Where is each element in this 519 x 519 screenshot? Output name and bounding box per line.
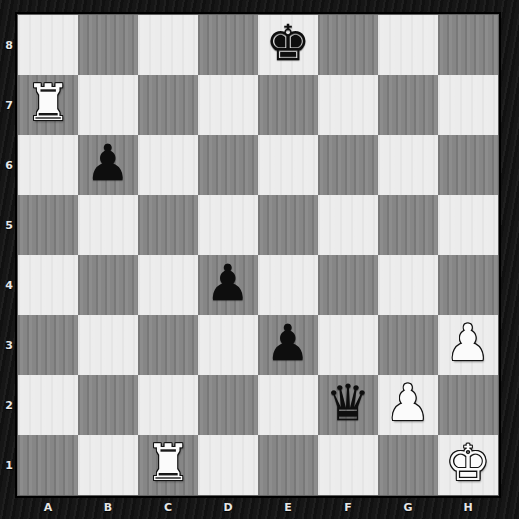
square-a3[interactable] bbox=[18, 315, 78, 375]
piece-white-rook-a7[interactable]: ♜ bbox=[26, 73, 71, 133]
square-g8[interactable] bbox=[378, 15, 438, 75]
square-g5[interactable] bbox=[378, 195, 438, 255]
square-d8[interactable] bbox=[198, 15, 258, 75]
square-b6[interactable]: ♟ bbox=[78, 135, 138, 195]
square-a5[interactable] bbox=[18, 195, 78, 255]
rank-label-8: 8 bbox=[0, 15, 18, 75]
square-b7[interactable] bbox=[78, 75, 138, 135]
file-label-a: A bbox=[18, 495, 78, 519]
rank-label-1: 1 bbox=[0, 435, 18, 495]
square-e8[interactable]: ♚ bbox=[258, 15, 318, 75]
square-a7[interactable]: ♜ bbox=[18, 75, 78, 135]
file-label-h: H bbox=[438, 495, 498, 519]
file-label-b: B bbox=[78, 495, 138, 519]
square-c1[interactable]: ♜ bbox=[138, 435, 198, 495]
square-c7[interactable] bbox=[138, 75, 198, 135]
rank-label-3: 3 bbox=[0, 315, 18, 375]
square-b1[interactable] bbox=[78, 435, 138, 495]
file-label-d: D bbox=[198, 495, 258, 519]
file-labels: ABCDEFGH bbox=[18, 495, 498, 519]
square-a4[interactable] bbox=[18, 255, 78, 315]
piece-black-king-e8[interactable]: ♚ bbox=[266, 13, 311, 73]
square-f6[interactable] bbox=[318, 135, 378, 195]
square-a8[interactable] bbox=[18, 15, 78, 75]
square-h8[interactable] bbox=[438, 15, 498, 75]
square-d7[interactable] bbox=[198, 75, 258, 135]
square-f4[interactable] bbox=[318, 255, 378, 315]
rank-label-4: 4 bbox=[0, 255, 18, 315]
square-c8[interactable] bbox=[138, 15, 198, 75]
file-label-c: C bbox=[138, 495, 198, 519]
square-e5[interactable] bbox=[258, 195, 318, 255]
square-e6[interactable] bbox=[258, 135, 318, 195]
square-d4[interactable]: ♟ bbox=[198, 255, 258, 315]
file-label-g: G bbox=[378, 495, 438, 519]
square-b4[interactable] bbox=[78, 255, 138, 315]
square-g3[interactable] bbox=[378, 315, 438, 375]
square-d5[interactable] bbox=[198, 195, 258, 255]
square-b8[interactable] bbox=[78, 15, 138, 75]
square-h5[interactable] bbox=[438, 195, 498, 255]
square-d6[interactable] bbox=[198, 135, 258, 195]
square-b5[interactable] bbox=[78, 195, 138, 255]
square-h2[interactable] bbox=[438, 375, 498, 435]
square-g4[interactable] bbox=[378, 255, 438, 315]
square-h6[interactable] bbox=[438, 135, 498, 195]
square-h3[interactable]: ♟ bbox=[438, 315, 498, 375]
square-d3[interactable] bbox=[198, 315, 258, 375]
file-label-f: F bbox=[318, 495, 378, 519]
piece-black-queen-f2[interactable]: ♛ bbox=[326, 373, 371, 433]
square-c6[interactable] bbox=[138, 135, 198, 195]
chess-board: ♚♜♟♟♟♟♛♟♜♚ bbox=[18, 15, 498, 495]
square-e1[interactable] bbox=[258, 435, 318, 495]
square-d1[interactable] bbox=[198, 435, 258, 495]
piece-black-pawn-d4[interactable]: ♟ bbox=[206, 253, 251, 313]
rank-label-7: 7 bbox=[0, 75, 18, 135]
piece-white-rook-c1[interactable]: ♜ bbox=[146, 433, 191, 493]
square-e3[interactable]: ♟ bbox=[258, 315, 318, 375]
square-h4[interactable] bbox=[438, 255, 498, 315]
square-b2[interactable] bbox=[78, 375, 138, 435]
piece-white-pawn-h3[interactable]: ♟ bbox=[446, 313, 491, 373]
rank-label-5: 5 bbox=[0, 195, 18, 255]
square-a6[interactable] bbox=[18, 135, 78, 195]
rank-labels: 87654321 bbox=[0, 15, 18, 495]
square-h1[interactable]: ♚ bbox=[438, 435, 498, 495]
square-c3[interactable] bbox=[138, 315, 198, 375]
square-c2[interactable] bbox=[138, 375, 198, 435]
piece-black-pawn-e3[interactable]: ♟ bbox=[266, 313, 311, 373]
square-a2[interactable] bbox=[18, 375, 78, 435]
square-h7[interactable] bbox=[438, 75, 498, 135]
square-e4[interactable] bbox=[258, 255, 318, 315]
piece-white-king-h1[interactable]: ♚ bbox=[446, 433, 491, 493]
square-g6[interactable] bbox=[378, 135, 438, 195]
rank-label-2: 2 bbox=[0, 375, 18, 435]
square-d2[interactable] bbox=[198, 375, 258, 435]
piece-white-pawn-g2[interactable]: ♟ bbox=[386, 373, 431, 433]
square-g1[interactable] bbox=[378, 435, 438, 495]
square-b3[interactable] bbox=[78, 315, 138, 375]
square-f7[interactable] bbox=[318, 75, 378, 135]
square-f3[interactable] bbox=[318, 315, 378, 375]
square-f2[interactable]: ♛ bbox=[318, 375, 378, 435]
rank-label-6: 6 bbox=[0, 135, 18, 195]
piece-black-pawn-b6[interactable]: ♟ bbox=[86, 133, 131, 193]
square-f5[interactable] bbox=[318, 195, 378, 255]
square-e7[interactable] bbox=[258, 75, 318, 135]
square-g7[interactable] bbox=[378, 75, 438, 135]
square-a1[interactable] bbox=[18, 435, 78, 495]
chess-board-frame: 87654321 ABCDEFGH ♚♜♟♟♟♟♛♟♜♚ bbox=[0, 0, 519, 519]
file-label-e: E bbox=[258, 495, 318, 519]
square-f8[interactable] bbox=[318, 15, 378, 75]
square-g2[interactable]: ♟ bbox=[378, 375, 438, 435]
square-c4[interactable] bbox=[138, 255, 198, 315]
square-e2[interactable] bbox=[258, 375, 318, 435]
square-c5[interactable] bbox=[138, 195, 198, 255]
square-f1[interactable] bbox=[318, 435, 378, 495]
